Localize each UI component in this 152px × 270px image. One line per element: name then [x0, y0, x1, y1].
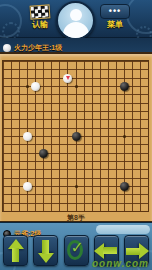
hoshi-point — [26, 85, 29, 88]
go-board[interactable]: 第8手 — [0, 52, 152, 222]
white-player-bar: 火力少年王:1级 — [0, 38, 152, 52]
board-grid — [3, 61, 149, 212]
last-move-marker — [66, 76, 70, 80]
white-stone-icon — [3, 44, 11, 52]
black-player-bar: 云雀:2级 — [0, 224, 41, 235]
white-stone — [31, 82, 40, 91]
left-arrow-icon — [94, 243, 118, 259]
black-stone — [39, 149, 48, 158]
player-avatar[interactable] — [56, 1, 95, 40]
right-arrow-icon — [125, 243, 149, 259]
menu-button[interactable]: ••• 菜单 — [96, 3, 134, 29]
checkered-flag-icon — [30, 4, 51, 19]
white-stone — [23, 182, 32, 191]
hoshi-point — [75, 185, 78, 188]
white-stone — [63, 74, 72, 83]
move-down-button[interactable] — [33, 235, 58, 266]
decorative-swirl — [0, 4, 22, 38]
resign-label: 认输 — [22, 20, 58, 29]
hoshi-point — [123, 135, 126, 138]
go-app-screen: 认输 ••• 菜单 火力少年王:1级 第8手 云雀:2级 — [0, 0, 152, 270]
white-stone — [23, 132, 32, 141]
down-arrow-icon — [38, 239, 54, 263]
up-arrow-icon — [8, 239, 24, 263]
hoshi-point — [75, 85, 78, 88]
avatar-head — [70, 9, 82, 21]
confirm-button[interactable]: ✓ — [64, 235, 89, 266]
info-pill — [96, 225, 150, 234]
black-stone — [72, 132, 81, 141]
menu-label: 菜单 — [96, 20, 134, 29]
resign-button[interactable]: 认输 — [22, 3, 58, 29]
checkmark-icon: ✓ — [71, 240, 84, 256]
bottom-toolbar: 云雀:2级 ✓ oonw.com — [0, 222, 152, 270]
white-player-name: 火力少年王:1级 — [14, 44, 62, 51]
black-stone — [120, 82, 129, 91]
black-stone — [120, 182, 129, 191]
ellipsis-icon: ••• — [100, 4, 130, 19]
top-bar: 认输 ••• 菜单 — [0, 0, 152, 38]
move-up-button[interactable] — [3, 235, 28, 266]
watermark: oonw.com — [92, 258, 149, 269]
